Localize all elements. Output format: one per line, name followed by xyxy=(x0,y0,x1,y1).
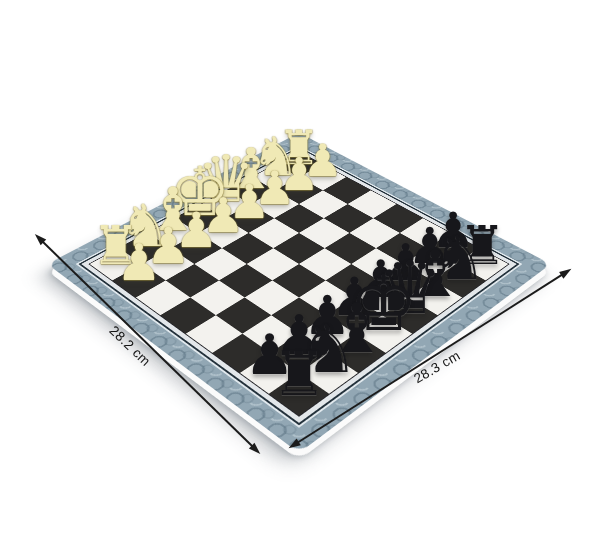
board-frame-dark xyxy=(78,147,519,426)
board-gutter xyxy=(81,148,517,423)
board-frame-light xyxy=(76,145,523,427)
product-photo-stage: ♜♞♝♛♚♝♞♜♟♟♟♟♟♟♟♟♟♟♟♟♟♟♟♟♜♞♝♛♚♝♞♜ 28.2 cm… xyxy=(0,0,600,545)
arrowhead-icon xyxy=(249,443,263,457)
arrowhead-icon xyxy=(559,265,573,278)
chess-board xyxy=(47,133,550,453)
arrowhead-icon xyxy=(32,231,46,245)
board-grid xyxy=(88,151,509,417)
